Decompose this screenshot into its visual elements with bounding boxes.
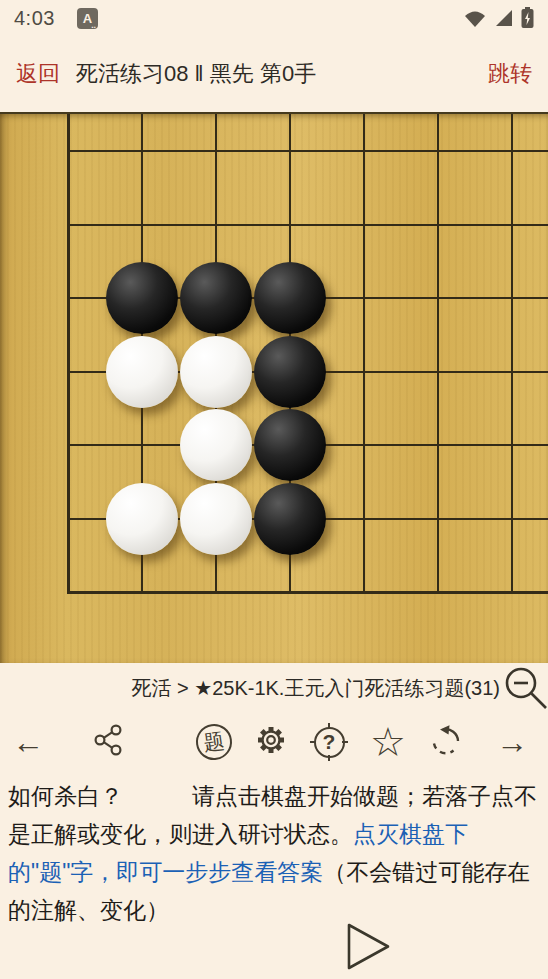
jump-button[interactable]: 跳转 <box>488 59 532 89</box>
share-icon[interactable] <box>92 723 124 761</box>
ime-a-icon: A‥ <box>77 8 98 29</box>
back-arrow-icon[interactable]: ← <box>12 726 44 758</box>
toolbar: ← 题 <box>0 713 548 771</box>
go-board[interactable] <box>0 112 548 663</box>
stone-white <box>106 483 178 555</box>
battery-charging-icon <box>521 7 534 29</box>
stone-black <box>106 262 178 334</box>
help-icon[interactable]: ? <box>310 723 348 761</box>
zoom-out-button[interactable] <box>502 665 548 716</box>
instruction-text: 如何杀白？ 请点击棋盘开始做题；若落子点不是正解或变化，则进入研讨状态。点灭棋盘… <box>0 771 548 929</box>
grid-line <box>67 114 70 594</box>
grid-line <box>437 114 439 594</box>
grid-line <box>511 114 513 594</box>
problem-circle-icon[interactable]: 题 <box>194 722 235 763</box>
grid-line <box>67 150 548 152</box>
cellular-signal-icon <box>494 8 514 28</box>
play-button[interactable] <box>342 918 396 979</box>
title-bar: 返回 死活练习08 ‖ 黑先 第0手 跳转 <box>0 36 548 112</box>
stone-black <box>254 483 326 555</box>
stone-white <box>180 409 252 481</box>
breadcrumb-bar: 死活 > ★25K-1K.王元入门死活练习题(31) <box>0 663 548 713</box>
stone-white <box>106 336 178 408</box>
instruction-segment: 如何杀白？ <box>8 783 123 809</box>
stone-black <box>254 262 326 334</box>
status-bar: 4:03 A‥ <box>0 0 548 36</box>
grid-line <box>67 224 548 226</box>
app-screen: 4:03 A‥ 返回 死活练习08 ‖ 黑先 第0手 跳转 <box>0 0 548 979</box>
clock: 4:03 <box>14 7 55 30</box>
page-title: 死活练习08 ‖ 黑先 第0手 <box>76 59 316 89</box>
wifi-icon <box>463 8 487 28</box>
stone-white <box>180 336 252 408</box>
stone-black <box>254 336 326 408</box>
grid-line <box>67 591 548 594</box>
breadcrumb: 死活 > ★25K-1K.王元入门死活练习题(31) <box>131 675 500 702</box>
forward-arrow-icon[interactable]: → <box>496 726 528 758</box>
stone-black <box>254 409 326 481</box>
instruction-segment <box>123 783 192 809</box>
stone-white <box>180 483 252 555</box>
undo-rotate-icon[interactable] <box>428 722 464 762</box>
favorite-star-icon[interactable]: ☆ <box>370 723 406 761</box>
back-button[interactable]: 返回 <box>16 59 60 89</box>
settings-gear-icon[interactable] <box>254 723 288 761</box>
stone-black <box>180 262 252 334</box>
grid-line <box>363 114 365 594</box>
